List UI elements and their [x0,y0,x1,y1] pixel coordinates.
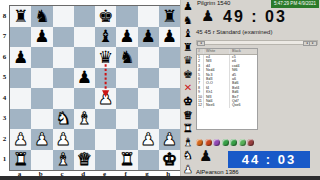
square-h4[interactable] [159,88,180,109]
piece-white-knight[interactable]: ♞ [56,110,71,127]
piece-black-pawn[interactable]: ♟ [34,28,49,45]
rank-label-3: 3 [0,114,9,122]
bottom-player-clock: 44 : 03 [228,151,310,168]
piece-black-pawn[interactable]: ♟ [119,28,134,45]
palette-white-bishop[interactable]: ♝ [182,136,195,148]
move-cell: 12 [197,103,204,107]
piece-white-bishop[interactable]: ♝ [77,110,92,127]
square-d4[interactable] [74,88,95,109]
square-h2[interactable]: ♟ [159,129,180,150]
square-g8[interactable] [138,6,159,27]
rank-label-2: 2 [0,135,9,143]
move-list-table[interactable]: # White Black 1e4c52Nf3e63d4cxd44Nxd4Nf6… [196,48,258,130]
square-f3[interactable] [116,109,137,130]
info-panel: Pilgrim 1540 5:47:29 PM 4/9/2021 ♟ 49 : … [195,0,320,176]
square-a6[interactable]: ♟ [10,47,31,68]
rank-label-8: 8 [0,12,9,20]
square-e2[interactable] [95,129,116,150]
square-e4[interactable]: ♟ [95,88,116,109]
scroll-left-button[interactable]: ◂ [197,41,205,46]
square-e5[interactable] [95,68,116,89]
square-a1[interactable]: ♜ [10,150,31,171]
smart-ball-1[interactable] [196,139,203,146]
square-h1[interactable]: ♚ [159,150,180,171]
square-f2[interactable] [116,129,137,150]
square-e6[interactable]: ♛ [95,47,116,68]
square-g3[interactable] [138,109,159,130]
square-h6[interactable] [159,47,180,68]
square-g7[interactable]: ♟ [138,27,159,48]
square-f5[interactable] [116,68,137,89]
square-b3[interactable] [31,109,52,130]
square-c6[interactable] [53,47,74,68]
game-type-line: 45 45 r Standard (examined) [196,29,272,35]
square-g4[interactable] [138,88,159,109]
square-e7[interactable]: ♝ [95,27,116,48]
square-d8[interactable] [74,6,95,27]
chess-board: ♜♞♚♜♟♝♟♟♟♟♛♞♟♟♞♝♟♟♟♟♟♜♝♛♜♚ [9,5,181,171]
square-a7[interactable] [10,27,31,48]
palette-white-pawn[interactable]: ♟ [182,163,195,175]
piece-white-rook[interactable]: ♜ [119,151,134,168]
square-c3[interactable]: ♞ [53,109,74,130]
square-b5[interactable] [31,68,52,89]
square-d3[interactable]: ♝ [74,109,95,130]
square-h8[interactable]: ♜ [159,6,180,27]
black-pawn-icon: ♟ [201,9,214,24]
palette-white-rook[interactable]: ♜ [182,123,195,135]
piece-palette: ♟♞♝♜♛♚✕♚♛♜♝♞♟ [180,0,195,176]
square-d1[interactable]: ♛ [74,150,95,171]
piece-white-king[interactable]: ♚ [162,151,177,168]
piece-black-knight[interactable]: ♞ [119,49,134,66]
header-black: Black [230,49,257,54]
piece-black-bishop[interactable]: ♝ [98,28,113,45]
piece-black-pawn[interactable]: ♟ [141,28,156,45]
piece-white-pawn[interactable]: ♟ [34,131,49,148]
smart-ball-5[interactable] [230,139,237,146]
square-b8[interactable]: ♞ [31,6,52,27]
header-move-number: # [197,49,204,54]
square-e3[interactable] [95,109,116,130]
piece-white-queen[interactable]: ♛ [77,151,92,168]
palette-black-rook[interactable]: ♜ [182,41,195,53]
square-c8[interactable] [53,6,74,27]
black-pawn-icon-bottom: ♟ [199,149,212,164]
piece-black-pawn[interactable]: ♟ [77,69,92,86]
bottom-player-name: AlPearson 1386 [196,169,239,175]
square-e1[interactable] [95,150,116,171]
rank-label-7: 7 [0,32,9,40]
square-g2[interactable]: ♟ [138,129,159,150]
square-b4[interactable] [31,88,52,109]
smart-buttons-row [196,139,254,146]
palette-black-bishop[interactable]: ♝ [182,28,195,40]
palette-black-knight[interactable]: ♞ [182,14,195,26]
smart-ball-6[interactable] [239,139,246,146]
top-player-name: Pilgrim 1540 [197,0,230,6]
top-player-clock: 49 : 03 [223,8,287,26]
smart-ball-7[interactable] [247,139,254,146]
piece-black-queen[interactable]: ♛ [98,49,113,66]
square-c7[interactable] [53,27,74,48]
square-a4[interactable] [10,88,31,109]
square-b1[interactable] [31,150,52,171]
square-f6[interactable]: ♞ [116,47,137,68]
square-h3[interactable] [159,109,180,130]
session-time-badge: 5:47:29 PM 4/9/2021 [271,0,319,8]
square-c5[interactable] [53,68,74,89]
square-h5[interactable] [159,68,180,89]
piece-black-king[interactable]: ♚ [98,8,113,25]
piece-white-pawn[interactable]: ♟ [56,131,71,148]
piece-black-rook[interactable]: ♜ [13,8,28,25]
square-b6[interactable] [31,47,52,68]
rank-label-4: 4 [0,94,9,102]
square-g6[interactable] [138,47,159,68]
square-e8[interactable]: ♚ [95,6,116,27]
rank-label-1: 1 [0,155,9,163]
move-cell: Qxe6 [230,103,257,107]
board-panel: ♜♞♚♜♟♝♟♟♟♟♛♞♟♟♞♝♟♟♟♟♟♜♝♛♜♚ 87654321 abcd… [0,0,180,176]
rank-label-6: 6 [0,53,9,61]
square-d2[interactable] [74,129,95,150]
smart-ball-3[interactable] [213,139,220,146]
square-b2[interactable]: ♟ [31,129,52,150]
bottom-status-bar [0,176,320,180]
palette-white-knight[interactable]: ♞ [182,150,195,162]
square-c2[interactable]: ♟ [53,129,74,150]
square-f4[interactable] [116,88,137,109]
palette-clear-square[interactable]: ✕ [182,82,195,94]
piece-black-pawn[interactable]: ♟ [162,28,177,45]
square-h7[interactable]: ♟ [159,27,180,48]
piece-white-pawn[interactable]: ♟ [141,131,156,148]
square-c1[interactable]: ♝ [53,150,74,171]
square-b7[interactable]: ♟ [31,27,52,48]
square-a5[interactable] [10,68,31,89]
scroll-right-button[interactable]: ▸ [309,41,317,46]
piece-white-pawn[interactable]: ♟ [162,131,177,148]
square-f8[interactable] [116,6,137,27]
horizontal-scrollbar[interactable]: ◂ ◂ ▸ [196,40,318,45]
square-f7[interactable]: ♟ [116,27,137,48]
square-f1[interactable]: ♜ [116,150,137,171]
piece-white-pawn[interactable]: ♟ [13,131,28,148]
piece-white-rook[interactable]: ♜ [13,151,28,168]
palette-black-king[interactable]: ♚ [182,68,195,80]
square-d5[interactable]: ♟ [74,68,95,89]
piece-black-pawn[interactable]: ♟ [13,49,28,66]
piece-black-rook[interactable]: ♜ [162,8,177,25]
palette-black-queen[interactable]: ♛ [182,55,195,67]
square-d7[interactable] [74,27,95,48]
palette-white-king[interactable]: ♚ [182,95,195,107]
square-d6[interactable] [74,47,95,68]
palette-white-queen[interactable]: ♛ [182,109,195,121]
square-c4[interactable] [53,88,74,109]
piece-black-knight[interactable]: ♞ [34,8,49,25]
palette-black-pawn[interactable]: ♟ [182,1,195,13]
piece-white-pawn[interactable]: ♟ [98,90,113,107]
header-white: White [204,49,230,54]
smart-ball-4[interactable] [222,139,229,146]
square-g1[interactable] [138,150,159,171]
chess-client-window: ♜♞♚♜♟♝♟♟♟♟♛♞♟♟♞♝♟♟♟♟♟♜♝♛♜♚ 87654321 abcd… [0,0,320,180]
move-cell: Nxe6 [204,103,230,107]
square-g5[interactable] [138,68,159,89]
smart-ball-2[interactable] [205,139,212,146]
rank-label-5: 5 [0,73,9,81]
piece-white-bishop[interactable]: ♝ [56,151,71,168]
square-a8[interactable]: ♜ [10,6,31,27]
move-row-12[interactable]: 12Nxe6Qxe6 [197,103,257,107]
square-a2[interactable]: ♟ [10,129,31,150]
square-a3[interactable] [10,109,31,130]
